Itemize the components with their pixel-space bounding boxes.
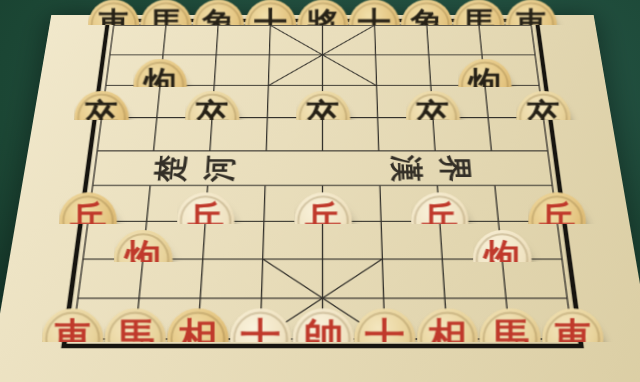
black-soldier[interactable]: 卒	[295, 90, 349, 144]
piece-glyph: 將	[305, 7, 338, 40]
red-soldier[interactable]: 兵	[410, 193, 468, 251]
xiangqi-board: 楚 河 漢 界 車馬象士將士象馬車炮炮卒卒卒卒卒兵兵兵兵兵炮炮車馬相士帥士相馬車	[72, 25, 572, 339]
black-advisor[interactable]: 士	[348, 0, 399, 51]
black-cannon[interactable]: 炮	[458, 59, 511, 112]
piece-glyph: 兵	[538, 201, 575, 238]
piece-glyph: 炮	[123, 238, 161, 276]
piece-glyph: 炮	[483, 238, 521, 276]
piece-glyph: 炮	[142, 67, 176, 101]
board-cell[interactable]: 士	[348, 11, 401, 40]
board-cell[interactable]: 將	[296, 11, 349, 40]
board-cell[interactable]: 馬	[138, 11, 193, 40]
piece-glyph: 士	[365, 317, 405, 357]
board-cell[interactable]: 炮	[470, 240, 534, 278]
board-cell[interactable]: 炮	[110, 240, 174, 278]
piece-glyph: 卒	[305, 98, 340, 133]
red-soldier[interactable]: 兵	[59, 193, 117, 251]
black-advisor[interactable]: 士	[244, 0, 295, 51]
board-cell[interactable]: 卒	[183, 101, 240, 134]
red-soldier[interactable]: 兵	[528, 193, 586, 251]
board-cell[interactable]: 帥	[290, 318, 353, 360]
black-soldier[interactable]: 卒	[405, 90, 459, 144]
board-cell[interactable]: 相	[164, 318, 229, 360]
board-cell[interactable]: 兵	[174, 203, 235, 240]
piece-glyph: 象	[410, 7, 443, 40]
piece-glyph: 兵	[186, 201, 223, 238]
board-cell[interactable]: 兵	[55, 203, 118, 240]
table-felt: 楚 河 漢 界 車馬象士將士象馬車炮炮卒卒卒卒卒兵兵兵兵兵炮炮車馬相士帥士相馬車	[0, 0, 640, 382]
board-cell[interactable]: 相	[415, 318, 480, 360]
piece-glyph: 兵	[69, 201, 106, 238]
black-cannon[interactable]: 炮	[133, 59, 186, 112]
piece-glyph: 馬	[490, 317, 530, 357]
black-elephant[interactable]: 象	[192, 0, 243, 51]
board-cell[interactable]: 士	[243, 11, 296, 40]
piece-glyph: 卒	[194, 98, 229, 133]
board-cell[interactable]: 炮	[131, 70, 188, 101]
piece-glyph: 相	[427, 317, 467, 357]
piece-glyph: 士	[253, 7, 286, 40]
piece-glyph: 車	[97, 7, 130, 40]
black-horse[interactable]: 馬	[140, 0, 191, 51]
piece-glyph: 車	[552, 317, 592, 357]
piece-glyph: 卒	[525, 98, 560, 133]
piece-glyph: 象	[201, 7, 234, 40]
black-chariot[interactable]: 車	[88, 0, 139, 51]
red-soldier[interactable]: 兵	[176, 193, 234, 251]
red-cannon[interactable]: 炮	[472, 230, 531, 289]
black-soldier[interactable]: 卒	[74, 90, 128, 144]
board-cell[interactable]: 士	[353, 318, 417, 360]
board-cell[interactable]: 兵	[409, 203, 470, 240]
board-cell[interactable]: 士	[227, 318, 291, 360]
black-elephant[interactable]: 象	[401, 0, 452, 51]
board-cell[interactable]: 馬	[451, 11, 506, 40]
board-cell[interactable]: 車	[538, 318, 606, 360]
board-cell[interactable]: 車	[85, 11, 141, 40]
board-cell[interactable]: 馬	[101, 318, 168, 360]
board-cell[interactable]: 車	[38, 318, 106, 360]
board-grid: 車馬象士將士象馬車炮炮卒卒卒卒卒兵兵兵兵兵炮炮車馬相士帥士相馬車	[38, 11, 607, 360]
piece-glyph: 炮	[467, 67, 501, 101]
board-cell[interactable]: 象	[400, 11, 454, 40]
piece-glyph: 卒	[415, 98, 450, 133]
red-soldier[interactable]: 兵	[293, 193, 351, 251]
piece-glyph: 車	[514, 7, 547, 40]
board-cell[interactable]: 車	[503, 11, 559, 40]
piece-glyph: 士	[358, 7, 391, 40]
board-cell[interactable]: 卒	[513, 101, 573, 134]
black-general[interactable]: 將	[296, 0, 347, 51]
piece-glyph: 卒	[84, 98, 119, 133]
black-horse[interactable]: 馬	[453, 0, 504, 51]
piece-glyph: 帥	[302, 317, 342, 357]
piece-glyph: 馬	[115, 317, 155, 357]
board-cell[interactable]: 馬	[477, 318, 544, 360]
black-soldier[interactable]: 卒	[184, 90, 238, 144]
piece-glyph: 兵	[421, 201, 458, 238]
piece-glyph: 馬	[149, 7, 182, 40]
piece-glyph: 馬	[462, 7, 495, 40]
piece-glyph: 相	[177, 317, 217, 357]
board-cell[interactable]: 卒	[71, 101, 131, 134]
board-cell[interactable]: 兵	[292, 203, 351, 240]
black-soldier[interactable]: 卒	[516, 90, 570, 144]
board-cell[interactable]: 卒	[404, 101, 461, 134]
board-cell[interactable]: 卒	[294, 101, 350, 134]
piece-glyph: 車	[52, 317, 92, 357]
board-cell[interactable]: 象	[190, 11, 244, 40]
red-cannon[interactable]: 炮	[113, 230, 172, 289]
piece-glyph: 兵	[303, 201, 340, 238]
board-cell[interactable]: 兵	[525, 203, 588, 240]
board-cell[interactable]: 炮	[456, 70, 513, 101]
piece-glyph: 士	[240, 317, 280, 357]
black-chariot[interactable]: 車	[505, 0, 556, 51]
